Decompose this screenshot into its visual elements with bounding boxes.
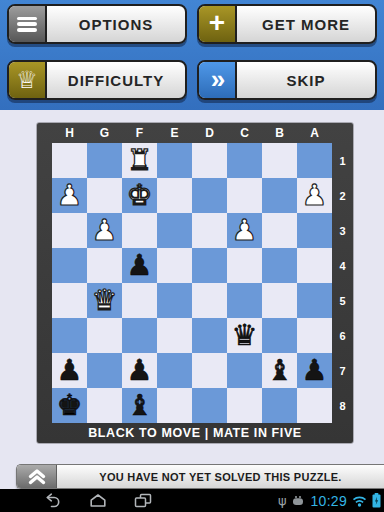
square-f8[interactable]: ♝ <box>122 388 157 423</box>
square-d7[interactable] <box>192 353 227 388</box>
toolbar: OPTIONS + GET MORE ♕ DIFFICULTY » SKIP <box>0 0 384 110</box>
piece-white-queen: ♛ <box>92 286 118 315</box>
square-f5[interactable] <box>122 283 157 318</box>
android-status-bar: ψ 10:29 <box>0 489 384 512</box>
options-button[interactable]: OPTIONS <box>7 4 187 44</box>
get-more-button-label: GET MORE <box>237 6 375 42</box>
square-h7[interactable]: ♟ <box>52 353 87 388</box>
board-caption: BLACK TO MOVE | MATE IN FIVE <box>37 423 353 443</box>
square-b7[interactable]: ♝ <box>262 353 297 388</box>
menu-icon <box>9 6 47 42</box>
square-f4[interactable]: ♟ <box>122 248 157 283</box>
square-d4[interactable] <box>192 248 227 283</box>
piece-white-rook: ♜ <box>127 146 153 175</box>
file-label-g: G <box>87 123 122 143</box>
file-label-b: B <box>262 123 297 143</box>
square-a1[interactable] <box>297 143 332 178</box>
square-e4[interactable] <box>157 248 192 283</box>
square-g1[interactable] <box>87 143 122 178</box>
square-e8[interactable] <box>157 388 192 423</box>
file-label-a: A <box>297 123 332 143</box>
square-f3[interactable] <box>122 213 157 248</box>
piece-white-king: ♚ <box>127 181 153 210</box>
piece-black-pawn: ♟ <box>127 251 153 280</box>
square-g8[interactable] <box>87 388 122 423</box>
square-h4[interactable] <box>52 248 87 283</box>
square-h1[interactable] <box>52 143 87 178</box>
square-h3[interactable] <box>52 213 87 248</box>
piece-black-king: ♚ <box>57 391 83 420</box>
skip-button[interactable]: » SKIP <box>197 60 377 100</box>
square-e3[interactable] <box>157 213 192 248</box>
square-a8[interactable] <box>297 388 332 423</box>
square-c3[interactable]: ♟ <box>227 213 262 248</box>
square-b2[interactable] <box>262 178 297 213</box>
square-c6[interactable]: ♛ <box>227 318 262 353</box>
piece-white-pawn: ♟ <box>57 181 83 210</box>
square-c1[interactable] <box>227 143 262 178</box>
nav-back-button[interactable] <box>44 493 62 509</box>
square-d6[interactable] <box>192 318 227 353</box>
square-c5[interactable] <box>227 283 262 318</box>
rank-label-7: 7 <box>332 353 353 388</box>
rank-labels: 12345678 <box>332 143 353 423</box>
chess-board[interactable]: ♜♟♚♟♟♟♟♛♛♟♟♝♟♚♝ <box>52 143 332 423</box>
expand-panel-button[interactable] <box>17 465 57 488</box>
chevron-up-icon <box>27 468 47 485</box>
nav-home-button[interactable] <box>89 493 107 508</box>
options-button-label: OPTIONS <box>47 6 185 42</box>
piece-black-pawn: ♟ <box>302 356 328 385</box>
square-g3[interactable]: ♟ <box>87 213 122 248</box>
square-a3[interactable] <box>297 213 332 248</box>
square-h8[interactable]: ♚ <box>52 388 87 423</box>
square-f6[interactable] <box>122 318 157 353</box>
rank-label-3: 3 <box>332 213 353 248</box>
file-label-h: H <box>52 123 87 143</box>
piece-black-bishop: ♝ <box>127 391 153 420</box>
piece-white-pawn: ♟ <box>302 181 328 210</box>
difficulty-button-label: DIFFICULTY <box>47 62 185 98</box>
wifi-icon <box>352 495 367 507</box>
square-h6[interactable] <box>52 318 87 353</box>
square-c8[interactable] <box>227 388 262 423</box>
square-d2[interactable] <box>192 178 227 213</box>
square-a4[interactable] <box>297 248 332 283</box>
rank-label-6: 6 <box>332 318 353 353</box>
square-a6[interactable] <box>297 318 332 353</box>
file-label-c: C <box>227 123 262 143</box>
square-f1[interactable]: ♜ <box>122 143 157 178</box>
square-d8[interactable] <box>192 388 227 423</box>
plus-icon: + <box>199 6 237 42</box>
square-f7[interactable]: ♟ <box>122 353 157 388</box>
piece-white-pawn: ♟ <box>92 216 118 245</box>
piece-black-pawn: ♟ <box>127 356 153 385</box>
square-a7[interactable]: ♟ <box>297 353 332 388</box>
square-b3[interactable] <box>262 213 297 248</box>
square-e6[interactable] <box>157 318 192 353</box>
piece-white-pawn: ♟ <box>232 216 258 245</box>
square-b4[interactable] <box>262 248 297 283</box>
square-g5[interactable]: ♛ <box>87 283 122 318</box>
square-g4[interactable] <box>87 248 122 283</box>
rank-label-1: 1 <box>332 143 353 178</box>
double-chevron-icon: » <box>199 62 237 98</box>
recents-icon <box>134 493 152 508</box>
rank-label-4: 4 <box>332 248 353 283</box>
file-label-f: F <box>122 123 157 143</box>
chess-board-container: HGFEDCBA ♜♟♚♟♟♟♟♛♛♟♟♝♟♚♝ 12345678 BLACK … <box>36 122 384 444</box>
usb-icon: ψ <box>278 494 287 507</box>
back-icon <box>44 493 62 509</box>
square-e5[interactable] <box>157 283 192 318</box>
square-c7[interactable] <box>227 353 262 388</box>
piece-black-pawn: ♟ <box>57 356 83 385</box>
square-h2[interactable]: ♟ <box>52 178 87 213</box>
chess-board-frame: HGFEDCBA ♜♟♚♟♟♟♟♛♛♟♟♝♟♚♝ 12345678 BLACK … <box>36 122 354 444</box>
square-d1[interactable] <box>192 143 227 178</box>
square-b1[interactable] <box>262 143 297 178</box>
puzzle-status-panel: YOU HAVE NOT YET SOLVED THIS PUZZLE. <box>16 464 384 489</box>
square-b6[interactable] <box>262 318 297 353</box>
get-more-button[interactable]: + GET MORE <box>197 4 377 44</box>
square-d5[interactable] <box>192 283 227 318</box>
piece-black-bishop: ♝ <box>267 356 293 385</box>
square-e2[interactable] <box>157 178 192 213</box>
square-a5[interactable] <box>297 283 332 318</box>
battery-charging-icon <box>372 493 381 508</box>
square-d3[interactable] <box>192 213 227 248</box>
rank-label-5: 5 <box>332 283 353 318</box>
square-g6[interactable] <box>87 318 122 353</box>
square-e7[interactable] <box>157 353 192 388</box>
file-label-e: E <box>157 123 192 143</box>
puzzle-status-text: YOU HAVE NOT YET SOLVED THIS PUZZLE. <box>57 465 384 488</box>
file-label-d: D <box>192 123 227 143</box>
adb-icon <box>291 495 305 506</box>
square-g7[interactable] <box>87 353 122 388</box>
square-f2[interactable]: ♚ <box>122 178 157 213</box>
square-g2[interactable] <box>87 178 122 213</box>
skip-button-label: SKIP <box>237 62 375 98</box>
home-icon <box>89 493 107 508</box>
square-b5[interactable] <box>262 283 297 318</box>
file-labels: HGFEDCBA <box>52 123 332 143</box>
square-c4[interactable] <box>227 248 262 283</box>
rank-label-2: 2 <box>332 178 353 213</box>
nav-recents-button[interactable] <box>134 493 152 508</box>
piece-black-queen: ♛ <box>232 321 258 350</box>
square-e1[interactable] <box>157 143 192 178</box>
status-clock: 10:29 <box>310 493 347 509</box>
square-h5[interactable] <box>52 283 87 318</box>
square-c2[interactable] <box>227 178 262 213</box>
queen-icon: ♕ <box>9 62 47 98</box>
difficulty-button[interactable]: ♕ DIFFICULTY <box>7 60 187 100</box>
square-a2[interactable]: ♟ <box>297 178 332 213</box>
square-b8[interactable] <box>262 388 297 423</box>
rank-label-8: 8 <box>332 388 353 423</box>
